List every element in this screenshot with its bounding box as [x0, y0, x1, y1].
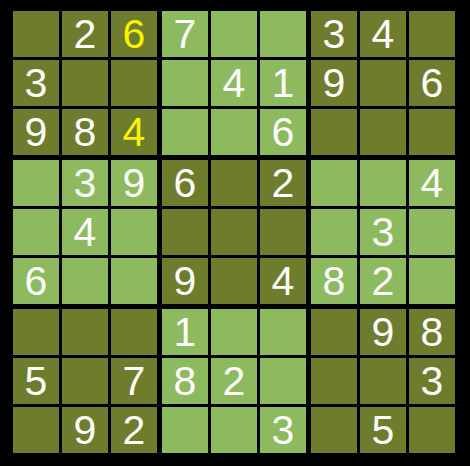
sudoku-block-r3c2: 1823 — [162, 309, 306, 453]
sudoku-cell-r5c2[interactable]: 4 — [62, 209, 108, 255]
sudoku-cell-r7c2[interactable] — [62, 309, 108, 355]
sudoku-cell-r1c8[interactable]: 4 — [360, 11, 406, 57]
sudoku-cell-r6c7[interactable]: 8 — [311, 258, 357, 304]
sudoku-cell-r3c1[interactable]: 9 — [13, 109, 59, 155]
sudoku-cell-r1c3[interactable]: 6 — [111, 11, 157, 57]
sudoku-block-r2c1: 3946 — [13, 160, 157, 304]
sudoku-cell-r3c4[interactable] — [162, 109, 208, 155]
sudoku-cell-r2c7[interactable]: 9 — [311, 60, 357, 106]
sudoku-cell-r1c6[interactable] — [260, 11, 306, 57]
sudoku-cell-r8c4[interactable]: 8 — [162, 358, 208, 404]
sudoku-cell-r6c1[interactable]: 6 — [13, 258, 59, 304]
sudoku-cell-r7c9[interactable]: 8 — [409, 309, 455, 355]
sudoku-cell-r2c4[interactable] — [162, 60, 208, 106]
sudoku-cell-r1c2[interactable]: 2 — [62, 11, 108, 57]
sudoku-block-r3c3: 9835 — [311, 309, 455, 453]
sudoku-cell-r2c9[interactable]: 6 — [409, 60, 455, 106]
sudoku-cell-r9c2[interactable]: 9 — [62, 407, 108, 453]
sudoku-cell-r5c4[interactable] — [162, 209, 208, 255]
sudoku-cell-r5c9[interactable] — [409, 209, 455, 255]
sudoku-board: 26398474163496394662944382579218239835 — [13, 11, 455, 453]
sudoku-cell-r9c5[interactable] — [211, 407, 257, 453]
sudoku-cell-r2c6[interactable]: 1 — [260, 60, 306, 106]
sudoku-cell-r7c4[interactable]: 1 — [162, 309, 208, 355]
sudoku-cell-r6c9[interactable] — [409, 258, 455, 304]
sudoku-cell-r3c2[interactable]: 8 — [62, 109, 108, 155]
sudoku-cell-r6c2[interactable] — [62, 258, 108, 304]
sudoku-cell-r3c5[interactable] — [211, 109, 257, 155]
sudoku-cell-r3c3[interactable]: 4 — [111, 109, 157, 155]
sudoku-cell-r4c1[interactable] — [13, 160, 59, 206]
sudoku-cell-r5c8[interactable]: 3 — [360, 209, 406, 255]
sudoku-cell-r6c8[interactable]: 2 — [360, 258, 406, 304]
sudoku-cell-r2c2[interactable] — [62, 60, 108, 106]
sudoku-block-r1c1: 263984 — [13, 11, 157, 155]
sudoku-cell-r4c6[interactable]: 2 — [260, 160, 306, 206]
sudoku-cell-r7c1[interactable] — [13, 309, 59, 355]
sudoku-cell-r7c7[interactable] — [311, 309, 357, 355]
sudoku-cell-r7c6[interactable] — [260, 309, 306, 355]
sudoku-cell-r8c6[interactable] — [260, 358, 306, 404]
sudoku-cell-r5c5[interactable] — [211, 209, 257, 255]
sudoku-cell-r8c7[interactable] — [311, 358, 357, 404]
sudoku-cell-r9c4[interactable] — [162, 407, 208, 453]
sudoku-cell-r7c8[interactable]: 9 — [360, 309, 406, 355]
sudoku-cell-r6c3[interactable] — [111, 258, 157, 304]
sudoku-cell-r1c5[interactable] — [211, 11, 257, 57]
sudoku-cell-r3c8[interactable] — [360, 109, 406, 155]
sudoku-cell-r4c4[interactable]: 6 — [162, 160, 208, 206]
sudoku-cell-r9c3[interactable]: 2 — [111, 407, 157, 453]
sudoku-cell-r8c9[interactable]: 3 — [409, 358, 455, 404]
sudoku-cell-r5c3[interactable] — [111, 209, 157, 255]
sudoku-cell-r2c1[interactable]: 3 — [13, 60, 59, 106]
sudoku-cell-r8c1[interactable]: 5 — [13, 358, 59, 404]
sudoku-cell-r1c4[interactable]: 7 — [162, 11, 208, 57]
sudoku-cell-r5c6[interactable] — [260, 209, 306, 255]
sudoku-block-r1c2: 7416 — [162, 11, 306, 155]
sudoku-cell-r4c8[interactable] — [360, 160, 406, 206]
sudoku-block-r2c3: 4382 — [311, 160, 455, 304]
sudoku-cell-r4c5[interactable] — [211, 160, 257, 206]
sudoku-cell-r5c7[interactable] — [311, 209, 357, 255]
sudoku-cell-r7c5[interactable] — [211, 309, 257, 355]
sudoku-cell-r3c7[interactable] — [311, 109, 357, 155]
sudoku-cell-r2c5[interactable]: 4 — [211, 60, 257, 106]
sudoku-cell-r6c6[interactable]: 4 — [260, 258, 306, 304]
sudoku-cell-r6c4[interactable]: 9 — [162, 258, 208, 304]
sudoku-cell-r8c8[interactable] — [360, 358, 406, 404]
sudoku-cell-r9c1[interactable] — [13, 407, 59, 453]
sudoku-app: 26398474163496394662944382579218239835 — [0, 0, 470, 466]
sudoku-cell-r4c7[interactable] — [311, 160, 357, 206]
sudoku-cell-r2c8[interactable] — [360, 60, 406, 106]
sudoku-cell-r6c5[interactable] — [211, 258, 257, 304]
sudoku-block-r2c2: 6294 — [162, 160, 306, 304]
sudoku-cell-r1c9[interactable] — [409, 11, 455, 57]
sudoku-cell-r2c3[interactable] — [111, 60, 157, 106]
sudoku-cell-r3c6[interactable]: 6 — [260, 109, 306, 155]
sudoku-cell-r8c2[interactable] — [62, 358, 108, 404]
sudoku-cell-r5c1[interactable] — [13, 209, 59, 255]
sudoku-block-r1c3: 3496 — [311, 11, 455, 155]
sudoku-block-r3c1: 5792 — [13, 309, 157, 453]
sudoku-cell-r1c7[interactable]: 3 — [311, 11, 357, 57]
sudoku-cell-r9c6[interactable]: 3 — [260, 407, 306, 453]
sudoku-cell-r9c7[interactable] — [311, 407, 357, 453]
sudoku-cell-r1c1[interactable] — [13, 11, 59, 57]
sudoku-cell-r3c9[interactable] — [409, 109, 455, 155]
sudoku-cell-r9c8[interactable]: 5 — [360, 407, 406, 453]
sudoku-cell-r7c3[interactable] — [111, 309, 157, 355]
sudoku-cell-r4c3[interactable]: 9 — [111, 160, 157, 206]
sudoku-cell-r9c9[interactable] — [409, 407, 455, 453]
sudoku-cell-r8c3[interactable]: 7 — [111, 358, 157, 404]
sudoku-cell-r8c5[interactable]: 2 — [211, 358, 257, 404]
sudoku-cell-r4c2[interactable]: 3 — [62, 160, 108, 206]
sudoku-cell-r4c9[interactable]: 4 — [409, 160, 455, 206]
